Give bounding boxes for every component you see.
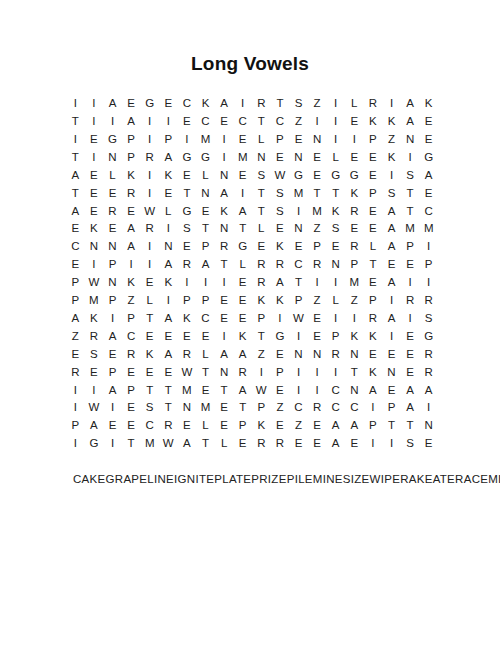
grid-cell-r17c4[interactable]: P (122, 381, 141, 399)
grid-cell-r6c7[interactable]: T (178, 184, 197, 202)
grid-cell-r1c10[interactable]: I (233, 95, 252, 113)
grid-cell-r3c18[interactable]: Z (382, 131, 401, 149)
grid-cell-r5c17[interactable]: E (364, 167, 383, 185)
grid-cell-r3c3[interactable]: G (103, 131, 122, 149)
grid-cell-r1c12[interactable]: T (271, 95, 290, 113)
grid-cell-r11c2[interactable]: W (85, 274, 104, 292)
grid-cell-r6c16[interactable]: K (345, 184, 364, 202)
grid-cell-r5c6[interactable]: K (159, 167, 178, 185)
grid-cell-r4c20[interactable]: G (419, 149, 438, 167)
grid-cell-r2c19[interactable]: A (401, 113, 420, 131)
grid-cell-r9c20[interactable]: I (419, 238, 438, 256)
grid-cell-r20c17[interactable]: I (364, 435, 383, 453)
grid-cell-r12c17[interactable]: P (364, 292, 383, 310)
grid-cell-r15c4[interactable]: R (122, 346, 141, 364)
grid-cell-r13c4[interactable]: P (122, 310, 141, 328)
grid-cell-r20c14[interactable]: E (308, 435, 327, 453)
grid-cell-r2c18[interactable]: K (382, 113, 401, 131)
grid-cell-r13c11[interactable]: P (252, 310, 271, 328)
grid-cell-r10c15[interactable]: N (326, 256, 345, 274)
grid-cell-r6c17[interactable]: P (364, 184, 383, 202)
grid-cell-r5c4[interactable]: K (122, 167, 141, 185)
grid-cell-r5c14[interactable]: E (308, 167, 327, 185)
grid-cell-r15c6[interactable]: A (159, 346, 178, 364)
grid-cell-r9c3[interactable]: N (103, 238, 122, 256)
grid-cell-r8c3[interactable]: E (103, 220, 122, 238)
grid-cell-r17c15[interactable]: C (326, 381, 345, 399)
grid-cell-r16c4[interactable]: E (122, 363, 141, 381)
grid-cell-r15c15[interactable]: R (326, 346, 345, 364)
grid-cell-r8c16[interactable]: E (345, 220, 364, 238)
grid-cell-r17c14[interactable]: I (308, 381, 327, 399)
grid-cell-r11c11[interactable]: R (252, 274, 271, 292)
grid-cell-r13c10[interactable]: E (233, 310, 252, 328)
grid-cell-r19c12[interactable]: E (271, 417, 290, 435)
grid-cell-r11c1[interactable]: P (66, 274, 85, 292)
grid-cell-r19c9[interactable]: E (215, 417, 234, 435)
grid-cell-r9c6[interactable]: N (159, 238, 178, 256)
grid-cell-r10c10[interactable]: L (233, 256, 252, 274)
grid-cell-r3c8[interactable]: M (196, 131, 215, 149)
grid-cell-r4c7[interactable]: G (178, 149, 197, 167)
grid-cell-r10c4[interactable]: I (122, 256, 141, 274)
grid-cell-r18c5[interactable]: S (140, 399, 159, 417)
grid-cell-r10c6[interactable]: A (159, 256, 178, 274)
grid-cell-r10c1[interactable]: E (66, 256, 85, 274)
grid-cell-r9c14[interactable]: P (308, 238, 327, 256)
grid-cell-r8c1[interactable]: E (66, 220, 85, 238)
grid-cell-r17c2[interactable]: I (85, 381, 104, 399)
grid-cell-r8c20[interactable]: M (419, 220, 438, 238)
grid-cell-r13c12[interactable]: I (271, 310, 290, 328)
grid-cell-r17c8[interactable]: E (196, 381, 215, 399)
grid-cell-r12c9[interactable]: E (215, 292, 234, 310)
grid-cell-r2c15[interactable]: I (326, 113, 345, 131)
grid-cell-r18c7[interactable]: N (178, 399, 197, 417)
grid-cell-r2c5[interactable]: I (140, 113, 159, 131)
grid-cell-r19c18[interactable]: T (382, 417, 401, 435)
grid-cell-r16c19[interactable]: E (401, 363, 420, 381)
grid-cell-r12c5[interactable]: L (140, 292, 159, 310)
grid-cell-r13c6[interactable]: A (159, 310, 178, 328)
grid-cell-r6c15[interactable]: T (326, 184, 345, 202)
grid-cell-r17c12[interactable]: E (271, 381, 290, 399)
grid-cell-r5c8[interactable]: L (196, 167, 215, 185)
grid-cell-r17c16[interactable]: N (345, 381, 364, 399)
grid-cell-r1c20[interactable]: K (419, 95, 438, 113)
grid-cell-r14c1[interactable]: Z (66, 328, 85, 346)
grid-cell-r8c7[interactable]: S (178, 220, 197, 238)
grid-cell-r7c5[interactable]: W (140, 202, 159, 220)
grid-cell-r7c16[interactable]: R (345, 202, 364, 220)
grid-cell-r7c19[interactable]: T (401, 202, 420, 220)
grid-cell-r1c5[interactable]: G (140, 95, 159, 113)
grid-cell-r7c17[interactable]: E (364, 202, 383, 220)
grid-cell-r3c14[interactable]: N (308, 131, 327, 149)
grid-cell-r3c15[interactable]: I (326, 131, 345, 149)
grid-cell-r8c6[interactable]: I (159, 220, 178, 238)
grid-cell-r4c3[interactable]: N (103, 149, 122, 167)
grid-cell-r1c7[interactable]: C (178, 95, 197, 113)
grid-cell-r7c9[interactable]: K (215, 202, 234, 220)
grid-cell-r12c20[interactable]: R (419, 292, 438, 310)
grid-cell-r2c10[interactable]: C (233, 113, 252, 131)
grid-cell-r10c8[interactable]: A (196, 256, 215, 274)
grid-cell-r18c13[interactable]: C (289, 399, 308, 417)
grid-cell-r18c4[interactable]: E (122, 399, 141, 417)
grid-cell-r6c6[interactable]: E (159, 184, 178, 202)
grid-cell-r19c6[interactable]: R (159, 417, 178, 435)
grid-cell-r13c9[interactable]: E (215, 310, 234, 328)
grid-cell-r17c17[interactable]: A (364, 381, 383, 399)
grid-cell-r18c15[interactable]: C (326, 399, 345, 417)
grid-cell-r8c19[interactable]: M (401, 220, 420, 238)
grid-cell-r1c4[interactable]: E (122, 95, 141, 113)
grid-cell-r19c16[interactable]: A (345, 417, 364, 435)
grid-cell-r14c17[interactable]: K (364, 328, 383, 346)
grid-cell-r7c3[interactable]: R (103, 202, 122, 220)
grid-cell-r9c17[interactable]: L (364, 238, 383, 256)
grid-cell-r20c2[interactable]: G (85, 435, 104, 453)
grid-cell-r9c16[interactable]: R (345, 238, 364, 256)
grid-cell-r7c18[interactable]: A (382, 202, 401, 220)
grid-cell-r19c14[interactable]: E (308, 417, 327, 435)
grid-cell-r6c19[interactable]: T (401, 184, 420, 202)
grid-cell-r4c8[interactable]: G (196, 149, 215, 167)
grid-cell-r14c18[interactable]: I (382, 328, 401, 346)
grid-cell-r8c15[interactable]: S (326, 220, 345, 238)
grid-cell-r14c9[interactable]: I (215, 328, 234, 346)
grid-cell-r1c1[interactable]: I (66, 95, 85, 113)
grid-cell-r1c16[interactable]: L (345, 95, 364, 113)
grid-cell-r10c7[interactable]: R (178, 256, 197, 274)
grid-cell-r7c20[interactable]: C (419, 202, 438, 220)
grid-cell-r8c2[interactable]: K (85, 220, 104, 238)
grid-cell-r15c14[interactable]: N (308, 346, 327, 364)
grid-cell-r6c20[interactable]: E (419, 184, 438, 202)
grid-cell-r19c17[interactable]: P (364, 417, 383, 435)
grid-cell-r1c9[interactable]: A (215, 95, 234, 113)
grid-cell-r1c19[interactable]: A (401, 95, 420, 113)
grid-cell-r18c3[interactable]: I (103, 399, 122, 417)
grid-cell-r8c5[interactable]: R (140, 220, 159, 238)
grid-cell-r11c7[interactable]: I (178, 274, 197, 292)
grid-cell-r17c7[interactable]: M (178, 381, 197, 399)
grid-cell-r6c5[interactable]: I (140, 184, 159, 202)
grid-cell-r19c4[interactable]: E (122, 417, 141, 435)
grid-cell-r10c16[interactable]: P (345, 256, 364, 274)
grid-cell-r12c15[interactable]: L (326, 292, 345, 310)
grid-cell-r18c18[interactable]: P (382, 399, 401, 417)
grid-cell-r14c20[interactable]: G (419, 328, 438, 346)
grid-cell-r12c18[interactable]: I (382, 292, 401, 310)
grid-cell-r14c15[interactable]: P (326, 328, 345, 346)
grid-cell-r20c20[interactable]: E (419, 435, 438, 453)
grid-cell-r17c5[interactable]: T (140, 381, 159, 399)
grid-cell-r10c2[interactable]: I (85, 256, 104, 274)
grid-cell-r16c13[interactable]: I (289, 363, 308, 381)
grid-cell-r4c12[interactable]: E (271, 149, 290, 167)
grid-cell-r8c4[interactable]: A (122, 220, 141, 238)
grid-cell-r4c13[interactable]: N (289, 149, 308, 167)
grid-cell-r11c14[interactable]: I (308, 274, 327, 292)
grid-cell-r20c5[interactable]: M (140, 435, 159, 453)
grid-cell-r1c14[interactable]: Z (308, 95, 327, 113)
grid-cell-r4c5[interactable]: R (140, 149, 159, 167)
grid-cell-r19c13[interactable]: Z (289, 417, 308, 435)
grid-cell-r20c11[interactable]: R (252, 435, 271, 453)
grid-cell-r9c4[interactable]: A (122, 238, 141, 256)
grid-cell-r2c1[interactable]: T (66, 113, 85, 131)
grid-cell-r19c15[interactable]: A (326, 417, 345, 435)
grid-cell-r4c15[interactable]: L (326, 149, 345, 167)
grid-cell-r13c3[interactable]: I (103, 310, 122, 328)
grid-cell-r13c1[interactable]: A (66, 310, 85, 328)
grid-cell-r6c2[interactable]: E (85, 184, 104, 202)
grid-cell-r11c12[interactable]: A (271, 274, 290, 292)
grid-cell-r4c14[interactable]: E (308, 149, 327, 167)
grid-cell-r15c10[interactable]: A (233, 346, 252, 364)
grid-cell-r2c13[interactable]: Z (289, 113, 308, 131)
grid-cell-r3c19[interactable]: N (401, 131, 420, 149)
grid-cell-r12c12[interactable]: K (271, 292, 290, 310)
grid-cell-r16c18[interactable]: N (382, 363, 401, 381)
grid-cell-r14c11[interactable]: T (252, 328, 271, 346)
grid-cell-r14c14[interactable]: E (308, 328, 327, 346)
grid-cell-r14c12[interactable]: G (271, 328, 290, 346)
grid-cell-r9c12[interactable]: K (271, 238, 290, 256)
grid-cell-r17c13[interactable]: I (289, 381, 308, 399)
grid-cell-r12c4[interactable]: Z (122, 292, 141, 310)
grid-cell-r15c13[interactable]: N (289, 346, 308, 364)
grid-cell-r10c19[interactable]: E (401, 256, 420, 274)
grid-cell-r4c17[interactable]: E (364, 149, 383, 167)
grid-cell-r16c7[interactable]: W (178, 363, 197, 381)
grid-cell-r2c16[interactable]: E (345, 113, 364, 131)
grid-cell-r18c9[interactable]: E (215, 399, 234, 417)
grid-cell-r7c6[interactable]: L (159, 202, 178, 220)
grid-cell-r14c7[interactable]: E (178, 328, 197, 346)
grid-cell-r17c9[interactable]: T (215, 381, 234, 399)
grid-cell-r14c13[interactable]: I (289, 328, 308, 346)
grid-cell-r10c20[interactable]: P (419, 256, 438, 274)
grid-cell-r13c8[interactable]: C (196, 310, 215, 328)
grid-cell-r7c4[interactable]: E (122, 202, 141, 220)
grid-cell-r8c18[interactable]: A (382, 220, 401, 238)
grid-cell-r13c16[interactable]: I (345, 310, 364, 328)
grid-cell-r7c7[interactable]: G (178, 202, 197, 220)
grid-cell-r8c11[interactable]: L (252, 220, 271, 238)
grid-cell-r9c10[interactable]: G (233, 238, 252, 256)
grid-cell-r15c20[interactable]: R (419, 346, 438, 364)
grid-cell-r20c19[interactable]: S (401, 435, 420, 453)
grid-cell-r1c17[interactable]: R (364, 95, 383, 113)
grid-cell-r2c4[interactable]: A (122, 113, 141, 131)
grid-cell-r13c2[interactable]: K (85, 310, 104, 328)
grid-cell-r5c3[interactable]: L (103, 167, 122, 185)
grid-cell-r13c20[interactable]: S (419, 310, 438, 328)
grid-cell-r13c13[interactable]: W (289, 310, 308, 328)
grid-cell-r8c8[interactable]: T (196, 220, 215, 238)
grid-cell-r19c8[interactable]: L (196, 417, 215, 435)
grid-cell-r10c13[interactable]: C (289, 256, 308, 274)
grid-cell-r16c17[interactable]: K (364, 363, 383, 381)
grid-cell-r11c8[interactable]: I (196, 274, 215, 292)
grid-cell-r6c18[interactable]: S (382, 184, 401, 202)
grid-cell-r19c10[interactable]: P (233, 417, 252, 435)
grid-cell-r14c6[interactable]: E (159, 328, 178, 346)
grid-cell-r19c5[interactable]: C (140, 417, 159, 435)
grid-cell-r5c12[interactable]: W (271, 167, 290, 185)
grid-cell-r20c13[interactable]: E (289, 435, 308, 453)
grid-cell-r9c5[interactable]: I (140, 238, 159, 256)
grid-cell-r17c1[interactable]: I (66, 381, 85, 399)
grid-cell-r18c17[interactable]: I (364, 399, 383, 417)
grid-cell-r18c14[interactable]: R (308, 399, 327, 417)
grid-cell-r13c14[interactable]: E (308, 310, 327, 328)
grid-cell-r18c10[interactable]: T (233, 399, 252, 417)
grid-cell-r9c13[interactable]: E (289, 238, 308, 256)
grid-cell-r2c2[interactable]: I (85, 113, 104, 131)
grid-cell-r16c16[interactable]: T (345, 363, 364, 381)
grid-cell-r11c17[interactable]: E (364, 274, 383, 292)
grid-cell-r11c10[interactable]: E (233, 274, 252, 292)
grid-cell-r3c11[interactable]: L (252, 131, 271, 149)
grid-cell-r1c2[interactable]: I (85, 95, 104, 113)
grid-cell-r2c6[interactable]: I (159, 113, 178, 131)
grid-cell-r5c15[interactable]: G (326, 167, 345, 185)
grid-cell-r6c8[interactable]: N (196, 184, 215, 202)
grid-cell-r6c4[interactable]: R (122, 184, 141, 202)
grid-cell-r20c4[interactable]: T (122, 435, 141, 453)
grid-cell-r11c13[interactable]: T (289, 274, 308, 292)
grid-cell-r7c10[interactable]: A (233, 202, 252, 220)
grid-cell-r16c20[interactable]: R (419, 363, 438, 381)
grid-cell-r14c10[interactable]: K (233, 328, 252, 346)
grid-cell-r20c6[interactable]: W (159, 435, 178, 453)
grid-cell-r4c18[interactable]: K (382, 149, 401, 167)
grid-cell-r15c3[interactable]: E (103, 346, 122, 364)
grid-cell-r12c8[interactable]: P (196, 292, 215, 310)
grid-cell-r13c5[interactable]: T (140, 310, 159, 328)
grid-cell-r20c1[interactable]: I (66, 435, 85, 453)
grid-cell-r16c15[interactable]: I (326, 363, 345, 381)
grid-cell-r5c1[interactable]: A (66, 167, 85, 185)
grid-cell-r1c6[interactable]: E (159, 95, 178, 113)
grid-cell-r15c8[interactable]: L (196, 346, 215, 364)
grid-cell-r8c13[interactable]: N (289, 220, 308, 238)
grid-cell-r9c11[interactable]: E (252, 238, 271, 256)
grid-cell-r5c9[interactable]: N (215, 167, 234, 185)
grid-cell-r20c15[interactable]: A (326, 435, 345, 453)
grid-cell-r18c12[interactable]: Z (271, 399, 290, 417)
grid-cell-r14c5[interactable]: E (140, 328, 159, 346)
grid-cell-r9c19[interactable]: P (401, 238, 420, 256)
grid-cell-r16c10[interactable]: R (233, 363, 252, 381)
grid-cell-r5c16[interactable]: G (345, 167, 364, 185)
grid-cell-r2c12[interactable]: C (271, 113, 290, 131)
grid-cell-r18c16[interactable]: C (345, 399, 364, 417)
grid-cell-r3c2[interactable]: E (85, 131, 104, 149)
grid-cell-r16c5[interactable]: E (140, 363, 159, 381)
grid-cell-r7c1[interactable]: A (66, 202, 85, 220)
grid-cell-r2c14[interactable]: I (308, 113, 327, 131)
grid-cell-r1c8[interactable]: K (196, 95, 215, 113)
grid-cell-r10c5[interactable]: I (140, 256, 159, 274)
grid-cell-r12c7[interactable]: P (178, 292, 197, 310)
grid-cell-r14c8[interactable]: E (196, 328, 215, 346)
grid-cell-r11c9[interactable]: I (215, 274, 234, 292)
grid-cell-r5c13[interactable]: G (289, 167, 308, 185)
grid-cell-r12c13[interactable]: P (289, 292, 308, 310)
grid-cell-r13c15[interactable]: I (326, 310, 345, 328)
grid-cell-r9c9[interactable]: R (215, 238, 234, 256)
grid-cell-r12c14[interactable]: Z (308, 292, 327, 310)
grid-cell-r20c12[interactable]: R (271, 435, 290, 453)
grid-cell-r10c11[interactable]: R (252, 256, 271, 274)
grid-cell-r3c1[interactable]: I (66, 131, 85, 149)
grid-cell-r17c11[interactable]: W (252, 381, 271, 399)
grid-cell-r10c17[interactable]: T (364, 256, 383, 274)
grid-cell-r19c7[interactable]: E (178, 417, 197, 435)
grid-cell-r15c7[interactable]: R (178, 346, 197, 364)
grid-cell-r18c6[interactable]: T (159, 399, 178, 417)
grid-cell-r16c14[interactable]: I (308, 363, 327, 381)
grid-cell-r4c16[interactable]: E (345, 149, 364, 167)
grid-cell-r8c14[interactable]: Z (308, 220, 327, 238)
grid-cell-r14c19[interactable]: E (401, 328, 420, 346)
grid-cell-r3c6[interactable]: P (159, 131, 178, 149)
grid-cell-r4c2[interactable]: I (85, 149, 104, 167)
grid-cell-r2c8[interactable]: C (196, 113, 215, 131)
grid-cell-r18c8[interactable]: M (196, 399, 215, 417)
grid-cell-r4c11[interactable]: N (252, 149, 271, 167)
grid-cell-r3c10[interactable]: E (233, 131, 252, 149)
grid-cell-r12c6[interactable]: I (159, 292, 178, 310)
grid-cell-r4c6[interactable]: A (159, 149, 178, 167)
grid-cell-r12c10[interactable]: E (233, 292, 252, 310)
grid-cell-r19c11[interactable]: K (252, 417, 271, 435)
grid-cell-r20c18[interactable]: I (382, 435, 401, 453)
grid-cell-r17c20[interactable]: A (419, 381, 438, 399)
grid-cell-r15c16[interactable]: N (345, 346, 364, 364)
grid-cell-r12c19[interactable]: R (401, 292, 420, 310)
grid-cell-r20c7[interactable]: A (178, 435, 197, 453)
grid-cell-r9c7[interactable]: E (178, 238, 197, 256)
grid-cell-r10c9[interactable]: T (215, 256, 234, 274)
grid-cell-r6c1[interactable]: T (66, 184, 85, 202)
grid-cell-r6c13[interactable]: M (289, 184, 308, 202)
grid-cell-r4c19[interactable]: I (401, 149, 420, 167)
grid-cell-r10c3[interactable]: P (103, 256, 122, 274)
grid-cell-r20c10[interactable]: E (233, 435, 252, 453)
grid-cell-r16c2[interactable]: E (85, 363, 104, 381)
grid-cell-r16c8[interactable]: T (196, 363, 215, 381)
grid-cell-r16c12[interactable]: P (271, 363, 290, 381)
grid-cell-r17c3[interactable]: A (103, 381, 122, 399)
grid-cell-r3c12[interactable]: P (271, 131, 290, 149)
grid-cell-r6c10[interactable]: I (233, 184, 252, 202)
grid-cell-r15c5[interactable]: K (140, 346, 159, 364)
grid-cell-r1c18[interactable]: I (382, 95, 401, 113)
grid-cell-r2c20[interactable]: E (419, 113, 438, 131)
grid-cell-r16c9[interactable]: N (215, 363, 234, 381)
grid-cell-r12c1[interactable]: P (66, 292, 85, 310)
grid-cell-r6c11[interactable]: T (252, 184, 271, 202)
grid-cell-r2c9[interactable]: E (215, 113, 234, 131)
grid-cell-r8c10[interactable]: T (233, 220, 252, 238)
grid-cell-r19c20[interactable]: N (419, 417, 438, 435)
